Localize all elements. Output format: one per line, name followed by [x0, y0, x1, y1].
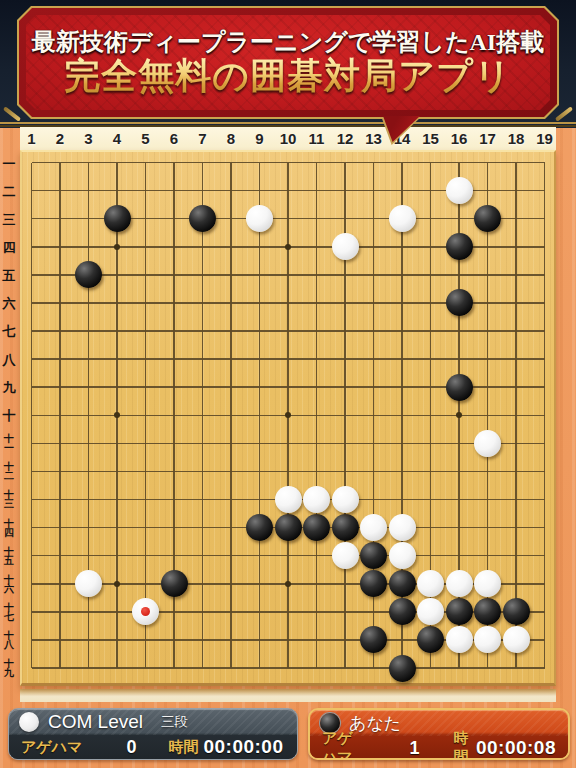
black-stone	[332, 514, 359, 541]
black-stone	[474, 205, 501, 232]
white-stone	[474, 570, 501, 597]
row-label: 十七	[4, 603, 14, 621]
white-stone	[446, 570, 473, 597]
row-label: 三	[3, 212, 16, 225]
black-stone	[360, 626, 387, 653]
star-point	[114, 412, 120, 418]
promo-banner[interactable]: 最新技術ディープラーニングで学習したAI搭載 完全無料の囲碁対局アプリ	[17, 6, 559, 119]
white-stone	[303, 486, 330, 513]
banner-title: 完全無料の囲碁対局アプリ	[64, 56, 511, 96]
row-label: 七	[3, 324, 16, 337]
star-point	[285, 412, 291, 418]
star-point	[285, 244, 291, 250]
row-label: 十一	[4, 434, 14, 452]
column-label: 5	[141, 130, 149, 147]
you-player-panel: あなた アゲハマ 1 時間 00:00:08	[308, 708, 570, 760]
row-label: 一	[3, 156, 16, 169]
black-stone	[246, 514, 273, 541]
black-stone	[503, 598, 530, 625]
com-panel-header: COM Level 三段	[9, 709, 297, 735]
white-stone	[75, 570, 102, 597]
grid-line-horizontal	[32, 555, 545, 557]
black-stone	[474, 598, 501, 625]
board-bottom-shadow	[20, 689, 556, 702]
white-stone-icon	[19, 712, 39, 732]
com-panel-stats: アゲハマ 0 時間 00:00:00	[9, 735, 297, 759]
row-label: 五	[3, 268, 16, 281]
promo-banner-inner: 最新技術ディープラーニングで学習したAI搭載 完全無料の囲碁対局アプリ	[26, 15, 550, 110]
row-label: 十	[3, 409, 16, 422]
you-time-label: 時間	[454, 729, 471, 760]
black-stone	[161, 570, 188, 597]
column-label: 10	[280, 130, 297, 147]
black-stone	[360, 570, 387, 597]
black-stone	[389, 655, 416, 682]
grid-line-vertical	[515, 163, 517, 668]
column-label: 18	[508, 130, 525, 147]
black-stone	[75, 261, 102, 288]
white-stone	[474, 626, 501, 653]
star-point	[285, 581, 291, 587]
com-time-label: 時間	[168, 738, 198, 757]
com-time-value: 00:00:00	[203, 736, 283, 758]
column-label: 1	[27, 130, 35, 147]
column-label: 19	[536, 130, 553, 147]
star-point	[456, 412, 462, 418]
row-label: 十六	[4, 575, 14, 593]
row-label: 六	[3, 296, 16, 309]
white-stone	[417, 570, 444, 597]
row-label: 十三	[4, 490, 14, 508]
column-label: 15	[422, 130, 439, 147]
white-stone	[360, 514, 387, 541]
app-screen: 最新技術ディープラーニングで学習したAI搭載 完全無料の囲碁対局アプリ COM …	[0, 0, 576, 768]
row-label: 十五	[4, 547, 14, 565]
column-label: 16	[451, 130, 468, 147]
white-stone	[275, 486, 302, 513]
white-stone	[246, 205, 273, 232]
column-label: 13	[365, 130, 382, 147]
white-stone	[332, 486, 359, 513]
you-captures-count: 1	[410, 738, 420, 759]
white-stone	[332, 233, 359, 260]
white-stone	[332, 542, 359, 569]
column-label: 6	[170, 130, 178, 147]
row-label: 十二	[4, 462, 14, 480]
board-grid[interactable]	[32, 163, 545, 669]
column-label: 4	[113, 130, 121, 147]
com-player-label: COM Level	[48, 711, 143, 733]
black-stone	[446, 233, 473, 260]
star-point	[114, 581, 120, 587]
white-stone	[446, 177, 473, 204]
row-label: 二	[3, 184, 16, 197]
column-label: 7	[198, 130, 206, 147]
you-panel-stats: アゲハマ 1 時間 00:00:08	[310, 736, 568, 760]
black-stone	[189, 205, 216, 232]
black-stone	[104, 205, 131, 232]
header-gold-trim	[0, 122, 576, 124]
column-label: 8	[227, 130, 235, 147]
row-label: 四	[3, 240, 16, 253]
black-stone	[446, 289, 473, 316]
grid-line-horizontal	[32, 443, 545, 445]
column-label: 9	[255, 130, 263, 147]
black-stone	[446, 598, 473, 625]
grid-line-vertical	[316, 163, 318, 668]
column-label: 3	[84, 130, 92, 147]
com-rank-badge: 三段	[161, 713, 188, 731]
white-stone	[503, 626, 530, 653]
black-stone	[303, 514, 330, 541]
white-stone	[389, 514, 416, 541]
black-stone	[389, 570, 416, 597]
row-label: 十八	[4, 631, 14, 649]
black-stone	[417, 626, 444, 653]
white-stone	[446, 626, 473, 653]
grid-line-vertical	[544, 163, 546, 668]
you-captures-label: アゲハマ	[322, 729, 358, 760]
you-time-value: 00:00:08	[476, 737, 556, 759]
white-stone	[417, 598, 444, 625]
white-stone	[132, 598, 159, 625]
com-player-panel: COM Level 三段 アゲハマ 0 時間 00:00:00	[8, 708, 298, 760]
star-point	[114, 244, 120, 250]
column-label: 2	[56, 130, 64, 147]
row-label: 九	[3, 381, 16, 394]
column-label: 11	[309, 130, 325, 147]
black-stone	[275, 514, 302, 541]
black-stone	[389, 598, 416, 625]
row-label: 十九	[4, 659, 14, 677]
com-captures-count: 0	[126, 737, 136, 758]
grid-line-horizontal	[32, 471, 545, 473]
promo-banner-frame: 最新技術ディープラーニングで学習したAI搭載 完全無料の囲碁対局アプリ	[19, 8, 557, 117]
white-stone	[474, 430, 501, 457]
row-label: 十四	[4, 519, 14, 537]
column-label: 17	[479, 130, 496, 147]
white-stone	[389, 542, 416, 569]
grid-line-horizontal	[32, 667, 545, 669]
column-label: 12	[337, 130, 354, 147]
com-captures-label: アゲハマ	[21, 738, 82, 757]
last-move-marker	[141, 607, 150, 616]
banner-headline: 最新技術ディープラーニングで学習したAI搭載	[32, 29, 544, 56]
black-stone	[446, 374, 473, 401]
white-stone	[389, 205, 416, 232]
row-label: 八	[3, 353, 16, 366]
black-stone	[360, 542, 387, 569]
